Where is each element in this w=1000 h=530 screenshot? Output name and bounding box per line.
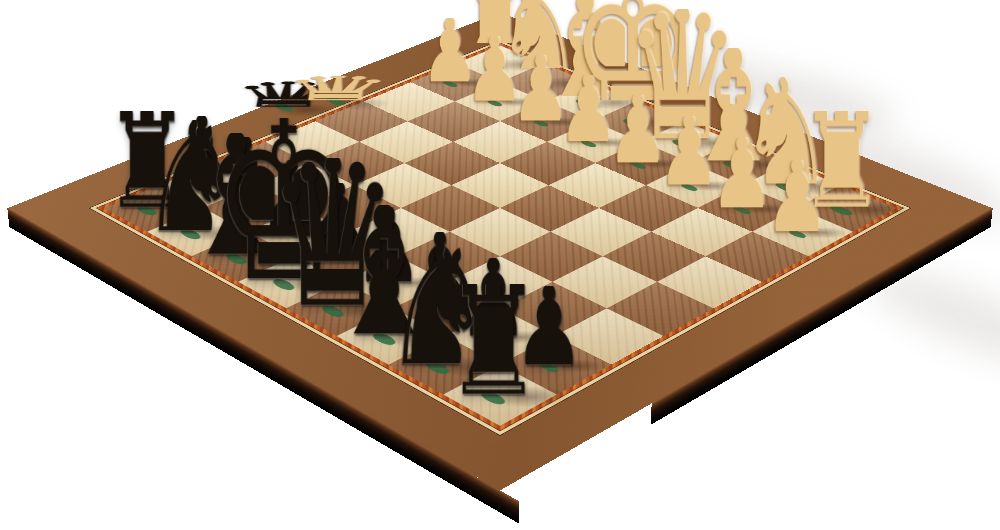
photo-scene: ♜♞♝♚♛♝♞♜♟♟♟♟♟♟♟♟♟♟♟♟♟♟♟♟♜♞♝♚♛♝♞♜ ♛♛ [0, 0, 1000, 530]
board-squares: ♜♞♝♚♛♝♞♜♟♟♟♟♟♟♟♟♟♟♟♟♟♟♟♟♜♞♝♚♛♝♞♜ [104, 46, 896, 426]
square-a2: ♟ [752, 208, 853, 256]
square-a8: ♜ [443, 365, 556, 426]
piece-white-pawn-a2: ♟ [765, 160, 830, 235]
chess-board: ♜♞♝♚♛♝♞♜♟♟♟♟♟♟♟♟♟♟♟♟♟♟♟♟♜♞♝♚♛♝♞♜ ♛♛ [8, 12, 992, 490]
square-e4 [451, 163, 548, 208]
product-photo-stage: ♜♞♝♚♛♝♞♜♟♟♟♟♟♟♟♟♟♟♟♟♟♟♟♟♜♞♝♚♛♝♞♜ ♛♛ [0, 0, 1000, 530]
inlay-border: ♜♞♝♚♛♝♞♜♟♟♟♟♟♟♟♟♟♟♟♟♟♟♟♟♜♞♝♚♛♝♞♜ [93, 42, 908, 434]
square-b3 [651, 208, 752, 256]
board-frame: ♜♞♝♚♛♝♞♜♟♟♟♟♟♟♟♟♟♟♟♟♟♟♟♟♜♞♝♚♛♝♞♜ ♛♛ [8, 12, 992, 490]
piece-black-rook-a8: ♜ [444, 285, 542, 399]
